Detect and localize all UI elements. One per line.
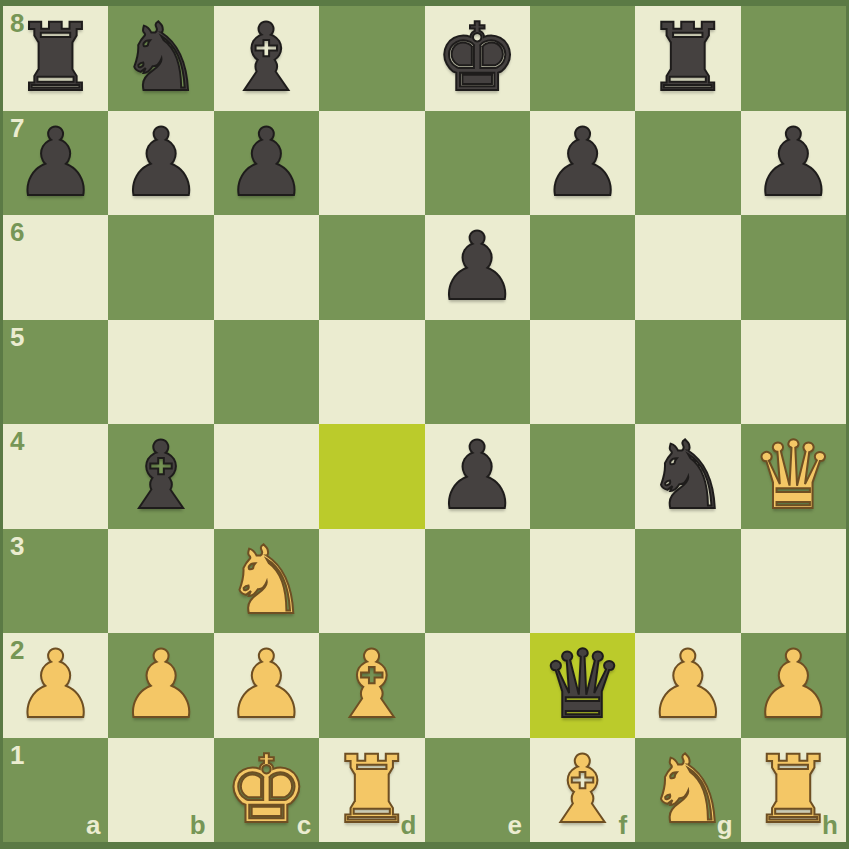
square-d4[interactable] — [319, 424, 424, 529]
piece-black-pawn-e4[interactable]: ♟ — [435, 429, 519, 523]
square-f6[interactable] — [530, 215, 635, 320]
piece-white-pawn-a2[interactable]: ♟ — [14, 638, 98, 732]
square-g7[interactable] — [635, 111, 740, 216]
square-f7[interactable]: ♟ — [530, 111, 635, 216]
piece-black-knight-g4[interactable]: ♞ — [646, 429, 730, 523]
square-e1[interactable]: e — [425, 738, 530, 843]
square-e3[interactable] — [425, 529, 530, 634]
piece-white-queen-h4[interactable]: ♛ — [751, 429, 835, 523]
square-d2[interactable]: ♝ — [319, 633, 424, 738]
square-f3[interactable] — [530, 529, 635, 634]
file-label-b: b — [190, 812, 206, 838]
file-label-a: a — [86, 812, 100, 838]
piece-white-king-c1[interactable]: ♚ — [224, 743, 308, 837]
square-a4[interactable]: 4 — [3, 424, 108, 529]
square-b2[interactable]: ♟ — [108, 633, 213, 738]
piece-black-pawn-a7[interactable]: ♟ — [14, 116, 98, 210]
piece-white-bishop-d2[interactable]: ♝ — [330, 638, 414, 732]
square-a2[interactable]: 2♟ — [3, 633, 108, 738]
piece-white-pawn-b2[interactable]: ♟ — [119, 638, 203, 732]
rank-label-6: 6 — [10, 219, 24, 245]
file-label-e: e — [507, 812, 521, 838]
square-b5[interactable] — [108, 320, 213, 425]
piece-black-king-e8[interactable]: ♚ — [435, 11, 519, 105]
piece-white-rook-h1[interactable]: ♜ — [751, 743, 835, 837]
square-f8[interactable] — [530, 6, 635, 111]
piece-black-pawn-b7[interactable]: ♟ — [119, 116, 203, 210]
piece-black-pawn-h7[interactable]: ♟ — [751, 116, 835, 210]
square-a5[interactable]: 5 — [3, 320, 108, 425]
piece-black-knight-b8[interactable]: ♞ — [119, 11, 203, 105]
rank-label-4: 4 — [10, 428, 24, 454]
square-b8[interactable]: ♞ — [108, 6, 213, 111]
square-b7[interactable]: ♟ — [108, 111, 213, 216]
piece-white-rook-d1[interactable]: ♜ — [330, 743, 414, 837]
rank-label-5: 5 — [10, 324, 24, 350]
square-g5[interactable] — [635, 320, 740, 425]
square-b4[interactable]: ♝ — [108, 424, 213, 529]
piece-white-pawn-g2[interactable]: ♟ — [646, 638, 730, 732]
square-h2[interactable]: ♟ — [741, 633, 846, 738]
square-a7[interactable]: 7♟ — [3, 111, 108, 216]
square-b6[interactable] — [108, 215, 213, 320]
square-f2[interactable]: ♛ — [530, 633, 635, 738]
square-e5[interactable] — [425, 320, 530, 425]
square-f4[interactable] — [530, 424, 635, 529]
square-c8[interactable]: ♝ — [214, 6, 319, 111]
piece-white-pawn-h2[interactable]: ♟ — [751, 638, 835, 732]
square-b1[interactable]: b — [108, 738, 213, 843]
square-e2[interactable] — [425, 633, 530, 738]
square-c7[interactable]: ♟ — [214, 111, 319, 216]
square-d7[interactable] — [319, 111, 424, 216]
square-h7[interactable]: ♟ — [741, 111, 846, 216]
square-d3[interactable] — [319, 529, 424, 634]
square-c3[interactable]: ♞ — [214, 529, 319, 634]
piece-white-knight-c3[interactable]: ♞ — [224, 534, 308, 628]
piece-black-pawn-f7[interactable]: ♟ — [540, 116, 624, 210]
piece-black-pawn-e6[interactable]: ♟ — [435, 220, 519, 314]
square-c5[interactable] — [214, 320, 319, 425]
square-a6[interactable]: 6 — [3, 215, 108, 320]
square-g4[interactable]: ♞ — [635, 424, 740, 529]
square-a3[interactable]: 3 — [3, 529, 108, 634]
rank-label-1: 1 — [10, 742, 24, 768]
piece-black-queen-f2[interactable]: ♛ — [540, 638, 624, 732]
square-c4[interactable] — [214, 424, 319, 529]
rank-label-3: 3 — [10, 533, 24, 559]
piece-black-bishop-b4[interactable]: ♝ — [119, 429, 203, 523]
square-e7[interactable] — [425, 111, 530, 216]
piece-white-pawn-c2[interactable]: ♟ — [224, 638, 308, 732]
square-c2[interactable]: ♟ — [214, 633, 319, 738]
square-d8[interactable] — [319, 6, 424, 111]
square-d5[interactable] — [319, 320, 424, 425]
square-f5[interactable] — [530, 320, 635, 425]
piece-white-knight-g1[interactable]: ♞ — [646, 743, 730, 837]
square-g6[interactable] — [635, 215, 740, 320]
piece-black-pawn-c7[interactable]: ♟ — [224, 116, 308, 210]
square-h1[interactable]: h♜ — [741, 738, 846, 843]
square-g8[interactable]: ♜ — [635, 6, 740, 111]
board-frame: 8♜♞♝♚♜7♟♟♟♟♟6♟54♝♟♞♛3♞2♟♟♟♝♛♟♟1abc♚d♜ef♝… — [0, 0, 849, 849]
square-g1[interactable]: g♞ — [635, 738, 740, 843]
square-h5[interactable] — [741, 320, 846, 425]
square-e6[interactable]: ♟ — [425, 215, 530, 320]
piece-black-rook-g8[interactable]: ♜ — [646, 11, 730, 105]
piece-black-rook-a8[interactable]: ♜ — [14, 11, 98, 105]
square-d6[interactable] — [319, 215, 424, 320]
square-c1[interactable]: c♚ — [214, 738, 319, 843]
square-a1[interactable]: 1a — [3, 738, 108, 843]
square-e8[interactable]: ♚ — [425, 6, 530, 111]
piece-black-bishop-c8[interactable]: ♝ — [224, 11, 308, 105]
square-h6[interactable] — [741, 215, 846, 320]
square-d1[interactable]: d♜ — [319, 738, 424, 843]
square-c6[interactable] — [214, 215, 319, 320]
square-f1[interactable]: f♝ — [530, 738, 635, 843]
square-g3[interactable] — [635, 529, 740, 634]
square-b3[interactable] — [108, 529, 213, 634]
square-a8[interactable]: 8♜ — [3, 6, 108, 111]
piece-white-bishop-f1[interactable]: ♝ — [540, 743, 624, 837]
square-g2[interactable]: ♟ — [635, 633, 740, 738]
square-h4[interactable]: ♛ — [741, 424, 846, 529]
square-h3[interactable] — [741, 529, 846, 634]
square-e4[interactable]: ♟ — [425, 424, 530, 529]
chess-board: 8♜♞♝♚♜7♟♟♟♟♟6♟54♝♟♞♛3♞2♟♟♟♝♛♟♟1abc♚d♜ef♝… — [3, 6, 846, 842]
square-h8[interactable] — [741, 6, 846, 111]
